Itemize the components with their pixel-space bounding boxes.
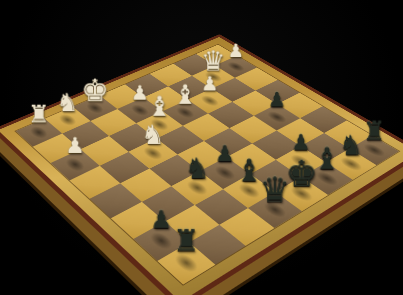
piece-white-pawn[interactable]: ♟ xyxy=(52,127,98,164)
square-a8[interactable]: ♜ xyxy=(158,242,216,284)
square-a3[interactable]: ♟ xyxy=(51,149,100,180)
board-frame: ♟♜♛♟♞♟♟♝♝♚♟♝♟♝♛♚♞♞♞♜♟♟♜ xyxy=(0,34,403,295)
piece-black-queen[interactable]: ♛ xyxy=(250,169,299,209)
piece-black-pawn[interactable]: ♟ xyxy=(256,82,298,117)
photo-background: ♟♜♛♟♞♟♟♝♝♚♟♝♟♝♛♚♞♞♞♜♟♟♜ xyxy=(0,0,403,295)
chessboard: ♟♜♛♟♞♟♟♝♝♚♟♝♟♝♛♚♞♞♞♜♟♟♜ xyxy=(16,45,399,285)
piece-black-rook[interactable]: ♜ xyxy=(160,219,213,262)
piece-white-knight[interactable]: ♞ xyxy=(131,116,176,153)
piece-black-knight[interactable]: ♞ xyxy=(173,149,220,188)
square-c4[interactable]: ♞ xyxy=(129,138,178,168)
